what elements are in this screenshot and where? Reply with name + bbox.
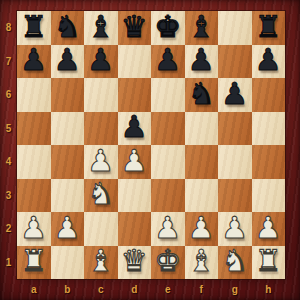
rank-label-5: 5 [0, 112, 17, 146]
square-a3[interactable] [17, 179, 51, 213]
black-pawn-b7[interactable]: ♟ [54, 45, 81, 75]
black-pawn-e7[interactable]: ♟ [154, 45, 181, 75]
square-c4[interactable]: ♟ [84, 145, 118, 179]
square-f1[interactable]: ♝ [185, 246, 219, 280]
square-h5[interactable] [252, 112, 286, 146]
square-h7[interactable]: ♟ [252, 45, 286, 79]
square-h3[interactable] [252, 179, 286, 213]
white-king-e1[interactable]: ♚ [154, 246, 181, 276]
square-e5[interactable] [151, 112, 185, 146]
square-c2[interactable] [84, 212, 118, 246]
square-h2[interactable]: ♟ [252, 212, 286, 246]
square-b4[interactable] [51, 145, 85, 179]
square-g2[interactable]: ♟ [218, 212, 252, 246]
square-d8[interactable]: ♛ [118, 11, 152, 45]
rank-label-1: 1 [0, 246, 17, 280]
black-pawn-f7[interactable]: ♟ [188, 45, 215, 75]
white-pawn-d4[interactable]: ♟ [121, 146, 148, 176]
black-bishop-f8[interactable]: ♝ [188, 12, 215, 42]
file-label-e: e [151, 279, 185, 300]
square-a4[interactable] [17, 145, 51, 179]
square-g6[interactable]: ♟ [218, 78, 252, 112]
white-pawn-g2[interactable]: ♟ [221, 213, 248, 243]
rank-label-4: 4 [0, 145, 17, 179]
square-a2[interactable]: ♟ [17, 212, 51, 246]
white-pawn-e2[interactable]: ♟ [154, 213, 181, 243]
black-pawn-d5[interactable]: ♟ [121, 112, 148, 142]
square-c8[interactable]: ♝ [84, 11, 118, 45]
square-b8[interactable]: ♞ [51, 11, 85, 45]
black-king-e8[interactable]: ♚ [154, 12, 181, 42]
file-label-f: f [185, 279, 219, 300]
square-h1[interactable]: ♜ [252, 246, 286, 280]
white-pawn-b2[interactable]: ♟ [54, 213, 81, 243]
square-c6[interactable] [84, 78, 118, 112]
square-a5[interactable] [17, 112, 51, 146]
black-pawn-c7[interactable]: ♟ [87, 45, 114, 75]
square-d7[interactable] [118, 45, 152, 79]
square-e4[interactable] [151, 145, 185, 179]
square-b1[interactable] [51, 246, 85, 280]
chess-board-frame: 87654321 ♜♞♝♛♚♝♜♟♟♟♟♟♟♞♟♟♟♟♞♟♟♟♟♟♟♜♝♛♚♝♞… [0, 0, 300, 300]
square-c7[interactable]: ♟ [84, 45, 118, 79]
black-pawn-g6[interactable]: ♟ [221, 79, 248, 109]
black-knight-b8[interactable]: ♞ [54, 12, 81, 42]
rank-label-7: 7 [0, 45, 17, 79]
square-e8[interactable]: ♚ [151, 11, 185, 45]
white-pawn-f2[interactable]: ♟ [188, 213, 215, 243]
white-bishop-f1[interactable]: ♝ [188, 246, 215, 276]
square-h8[interactable]: ♜ [252, 11, 286, 45]
square-g4[interactable] [218, 145, 252, 179]
file-label-a: a [17, 279, 51, 300]
white-pawn-h2[interactable]: ♟ [255, 213, 282, 243]
file-labels: abcdefgh [17, 279, 285, 300]
square-e2[interactable]: ♟ [151, 212, 185, 246]
square-a7[interactable]: ♟ [17, 45, 51, 79]
square-g8[interactable] [218, 11, 252, 45]
square-f3[interactable] [185, 179, 219, 213]
black-rook-a8[interactable]: ♜ [20, 12, 47, 42]
square-g7[interactable] [218, 45, 252, 79]
white-knight-g1[interactable]: ♞ [221, 246, 248, 276]
white-queen-d1[interactable]: ♛ [121, 246, 148, 276]
square-b2[interactable]: ♟ [51, 212, 85, 246]
file-label-h: h [252, 279, 286, 300]
square-f8[interactable]: ♝ [185, 11, 219, 45]
square-a6[interactable] [17, 78, 51, 112]
white-rook-a1[interactable]: ♜ [20, 246, 47, 276]
square-g5[interactable] [218, 112, 252, 146]
square-d1[interactable]: ♛ [118, 246, 152, 280]
square-b3[interactable] [51, 179, 85, 213]
rank-label-2: 2 [0, 212, 17, 246]
square-b7[interactable]: ♟ [51, 45, 85, 79]
file-label-c: c [84, 279, 118, 300]
white-bishop-c1[interactable]: ♝ [87, 246, 114, 276]
black-queen-d8[interactable]: ♛ [121, 12, 148, 42]
square-g1[interactable]: ♞ [218, 246, 252, 280]
square-e1[interactable]: ♚ [151, 246, 185, 280]
square-a8[interactable]: ♜ [17, 11, 51, 45]
rank-labels: 87654321 [0, 11, 17, 279]
square-f5[interactable] [185, 112, 219, 146]
file-label-d: d [118, 279, 152, 300]
file-label-g: g [218, 279, 252, 300]
rank-label-6: 6 [0, 78, 17, 112]
square-d6[interactable] [118, 78, 152, 112]
square-a1[interactable]: ♜ [17, 246, 51, 280]
black-bishop-c8[interactable]: ♝ [87, 12, 114, 42]
square-c1[interactable]: ♝ [84, 246, 118, 280]
square-b5[interactable] [51, 112, 85, 146]
square-e7[interactable]: ♟ [151, 45, 185, 79]
square-g3[interactable] [218, 179, 252, 213]
black-knight-f6[interactable]: ♞ [188, 79, 215, 109]
file-label-b: b [51, 279, 85, 300]
square-f2[interactable]: ♟ [185, 212, 219, 246]
square-d2[interactable] [118, 212, 152, 246]
white-pawn-c4[interactable]: ♟ [87, 146, 114, 176]
square-d3[interactable] [118, 179, 152, 213]
square-b6[interactable] [51, 78, 85, 112]
square-e3[interactable] [151, 179, 185, 213]
square-e6[interactable] [151, 78, 185, 112]
square-c3[interactable]: ♞ [84, 179, 118, 213]
square-d5[interactable]: ♟ [118, 112, 152, 146]
square-f7[interactable]: ♟ [185, 45, 219, 79]
rank-label-8: 8 [0, 11, 17, 45]
black-rook-h8[interactable]: ♜ [255, 12, 282, 42]
white-rook-h1[interactable]: ♜ [255, 246, 282, 276]
square-c5[interactable] [84, 112, 118, 146]
black-pawn-h7[interactable]: ♟ [255, 45, 282, 75]
square-d4[interactable]: ♟ [118, 145, 152, 179]
chess-board: ♜♞♝♛♚♝♜♟♟♟♟♟♟♞♟♟♟♟♞♟♟♟♟♟♟♜♝♛♚♝♞♜ [17, 11, 285, 279]
square-f4[interactable] [185, 145, 219, 179]
square-h6[interactable] [252, 78, 286, 112]
square-h4[interactable] [252, 145, 286, 179]
black-pawn-a7[interactable]: ♟ [20, 45, 47, 75]
rank-label-3: 3 [0, 179, 17, 213]
white-pawn-a2[interactable]: ♟ [20, 213, 47, 243]
square-f6[interactable]: ♞ [185, 78, 219, 112]
white-knight-c3[interactable]: ♞ [87, 179, 114, 209]
